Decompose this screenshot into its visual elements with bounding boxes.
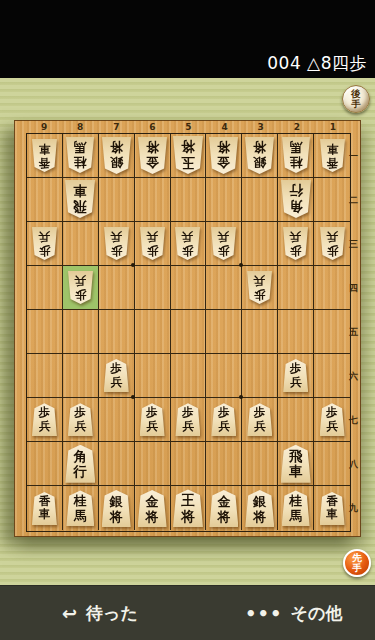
- square-1-7[interactable]: 歩兵: [314, 398, 350, 442]
- piece-sente-7-9[interactable]: 銀将: [102, 490, 131, 527]
- piece-gote-6-3[interactable]: 歩兵: [140, 227, 165, 260]
- square-1-2[interactable]: [314, 178, 350, 222]
- square-9-2[interactable]: [27, 178, 63, 222]
- piece-sente-4-9[interactable]: 金将: [209, 490, 238, 527]
- star-point: [239, 263, 243, 267]
- square-6-8[interactable]: [135, 442, 171, 486]
- square-4-7[interactable]: 歩兵: [206, 398, 242, 442]
- square-1-4[interactable]: [314, 266, 350, 310]
- piece-sente-3-7[interactable]: 歩兵: [247, 403, 272, 436]
- square-2-7[interactable]: [278, 398, 314, 442]
- square-2-6[interactable]: 歩兵: [278, 354, 314, 398]
- shogi-board: 987654321 一二三四五六七八九 香車桂馬銀将金将玉将金将銀将桂馬香車飛車…: [14, 120, 361, 537]
- board-grid: 香車桂馬銀将金将玉将金将銀将桂馬香車飛車角行歩兵歩兵歩兵歩兵歩兵歩兵歩兵歩兵歩兵…: [26, 133, 351, 532]
- piece-sente-3-9[interactable]: 銀将: [245, 490, 274, 527]
- star-point: [131, 263, 135, 267]
- square-3-7[interactable]: 歩兵: [242, 398, 278, 442]
- square-4-2[interactable]: [206, 178, 242, 222]
- undo-arrow-icon: ↩: [62, 603, 78, 624]
- square-2-4[interactable]: [278, 266, 314, 310]
- square-6-6[interactable]: [135, 354, 171, 398]
- piece-sente-9-9[interactable]: 香車: [32, 492, 57, 525]
- file-label-6: 6: [134, 121, 170, 133]
- square-3-1[interactable]: 銀将: [242, 134, 278, 178]
- square-1-8[interactable]: [314, 442, 350, 486]
- square-2-8[interactable]: 飛車: [278, 442, 314, 486]
- piece-gote-2-3[interactable]: 歩兵: [283, 227, 308, 260]
- bottom-toolbar: ↩ 待った ••• その他: [0, 585, 375, 640]
- file-label-5: 5: [170, 121, 206, 133]
- piece-gote-3-4[interactable]: 歩兵: [247, 271, 272, 304]
- square-8-6[interactable]: [63, 354, 99, 398]
- square-6-7[interactable]: 歩兵: [135, 398, 171, 442]
- square-9-3[interactable]: 歩兵: [27, 222, 63, 266]
- square-7-7[interactable]: [99, 398, 135, 442]
- square-8-3[interactable]: [63, 222, 99, 266]
- piece-sente-6-7[interactable]: 歩兵: [140, 403, 165, 436]
- piece-sente-2-8[interactable]: 飛車: [281, 445, 311, 483]
- piece-gote-8-4[interactable]: 歩兵: [68, 271, 93, 304]
- square-2-9[interactable]: 桂馬: [278, 486, 314, 530]
- square-9-1[interactable]: 香車: [27, 134, 63, 178]
- square-4-3[interactable]: 歩兵: [206, 222, 242, 266]
- sente-badge: 先手: [343, 549, 371, 577]
- square-8-4[interactable]: 歩兵: [63, 266, 99, 310]
- undo-button[interactable]: ↩ 待った: [62, 586, 138, 640]
- square-3-2[interactable]: [242, 178, 278, 222]
- piece-sente-5-7[interactable]: 歩兵: [175, 403, 200, 436]
- move-counter: 004 △8四歩: [267, 52, 367, 75]
- ellipsis-icon: •••: [245, 603, 283, 624]
- piece-gote-2-1[interactable]: 桂馬: [282, 137, 310, 173]
- piece-sente-2-6[interactable]: 歩兵: [283, 359, 308, 392]
- piece-gote-4-1[interactable]: 金将: [209, 137, 238, 174]
- square-3-8[interactable]: [242, 442, 278, 486]
- square-1-6[interactable]: [314, 354, 350, 398]
- square-5-3[interactable]: 歩兵: [171, 222, 207, 266]
- piece-sente-6-9[interactable]: 金将: [138, 490, 167, 527]
- square-1-9[interactable]: 香車: [314, 486, 350, 530]
- square-2-2[interactable]: 角行: [278, 178, 314, 222]
- square-7-8[interactable]: [99, 442, 135, 486]
- piece-gote-8-2[interactable]: 飛車: [65, 180, 95, 218]
- square-3-3[interactable]: [242, 222, 278, 266]
- square-7-6[interactable]: 歩兵: [99, 354, 135, 398]
- file-label-8: 8: [62, 121, 98, 133]
- top-bar: 004 △8四歩: [0, 0, 375, 78]
- square-9-6[interactable]: [27, 354, 63, 398]
- square-4-5[interactable]: [206, 310, 242, 354]
- square-6-5[interactable]: [135, 310, 171, 354]
- square-3-6[interactable]: [242, 354, 278, 398]
- square-3-5[interactable]: [242, 310, 278, 354]
- piece-gote-5-1[interactable]: 玉将: [173, 136, 203, 174]
- square-5-2[interactable]: [171, 178, 207, 222]
- file-label-3: 3: [243, 121, 279, 133]
- square-7-5[interactable]: [99, 310, 135, 354]
- square-3-4[interactable]: 歩兵: [242, 266, 278, 310]
- piece-gote-5-3[interactable]: 歩兵: [175, 227, 200, 260]
- square-7-3[interactable]: 歩兵: [99, 222, 135, 266]
- square-7-9[interactable]: 銀将: [99, 486, 135, 530]
- piece-gote-4-3[interactable]: 歩兵: [211, 227, 236, 260]
- square-6-1[interactable]: 金将: [135, 134, 171, 178]
- piece-sente-2-9[interactable]: 桂馬: [282, 490, 310, 526]
- square-4-9[interactable]: 金将: [206, 486, 242, 530]
- file-label-2: 2: [279, 121, 315, 133]
- square-6-9[interactable]: 金将: [135, 486, 171, 530]
- piece-sente-7-6[interactable]: 歩兵: [104, 359, 129, 392]
- square-9-7[interactable]: 歩兵: [27, 398, 63, 442]
- file-coordinates: 987654321: [26, 121, 351, 133]
- piece-sente-8-8[interactable]: 角行: [65, 445, 95, 483]
- star-point: [131, 395, 135, 399]
- undo-button-label: 待った: [86, 602, 138, 625]
- piece-sente-8-7[interactable]: 歩兵: [68, 403, 93, 436]
- other-button[interactable]: ••• その他: [245, 586, 342, 640]
- square-2-1[interactable]: 桂馬: [278, 134, 314, 178]
- square-8-8[interactable]: 角行: [63, 442, 99, 486]
- square-5-1[interactable]: 玉将: [171, 134, 207, 178]
- piece-sente-8-9[interactable]: 桂馬: [66, 490, 94, 526]
- square-7-2[interactable]: [99, 178, 135, 222]
- square-7-1[interactable]: 銀将: [99, 134, 135, 178]
- square-5-4[interactable]: [171, 266, 207, 310]
- square-4-4[interactable]: [206, 266, 242, 310]
- square-9-8[interactable]: [27, 442, 63, 486]
- piece-gote-1-1[interactable]: 香車: [320, 139, 345, 172]
- square-5-9[interactable]: 王将: [171, 486, 207, 530]
- piece-gote-7-3[interactable]: 歩兵: [104, 227, 129, 260]
- square-2-5[interactable]: [278, 310, 314, 354]
- square-4-6[interactable]: [206, 354, 242, 398]
- square-6-4[interactable]: [135, 266, 171, 310]
- square-2-3[interactable]: 歩兵: [278, 222, 314, 266]
- piece-gote-8-1[interactable]: 桂馬: [66, 137, 94, 173]
- square-6-2[interactable]: [135, 178, 171, 222]
- square-5-7[interactable]: 歩兵: [171, 398, 207, 442]
- square-4-8[interactable]: [206, 442, 242, 486]
- piece-gote-9-3[interactable]: 歩兵: [32, 227, 57, 260]
- square-4-1[interactable]: 金将: [206, 134, 242, 178]
- file-label-9: 9: [26, 121, 62, 133]
- square-9-9[interactable]: 香車: [27, 486, 63, 530]
- square-7-4[interactable]: [99, 266, 135, 310]
- star-point: [239, 395, 243, 399]
- square-3-9[interactable]: 銀将: [242, 486, 278, 530]
- piece-sente-1-9[interactable]: 香車: [320, 492, 345, 525]
- file-label-1: 1: [315, 121, 351, 133]
- square-6-3[interactable]: 歩兵: [135, 222, 171, 266]
- piece-sente-4-7[interactable]: 歩兵: [211, 403, 236, 436]
- square-5-5[interactable]: [171, 310, 207, 354]
- square-8-2[interactable]: 飛車: [63, 178, 99, 222]
- piece-sente-1-7[interactable]: 歩兵: [320, 403, 345, 436]
- square-8-1[interactable]: 桂馬: [63, 134, 99, 178]
- piece-gote-9-1[interactable]: 香車: [32, 139, 57, 172]
- square-9-4[interactable]: [27, 266, 63, 310]
- file-label-4: 4: [207, 121, 243, 133]
- piece-gote-7-1[interactable]: 銀将: [102, 137, 131, 174]
- piece-gote-3-1[interactable]: 銀将: [245, 137, 274, 174]
- square-5-8[interactable]: [171, 442, 207, 486]
- piece-gote-2-2[interactable]: 角行: [281, 180, 311, 218]
- square-8-5[interactable]: [63, 310, 99, 354]
- square-5-6[interactable]: [171, 354, 207, 398]
- square-1-5[interactable]: [314, 310, 350, 354]
- square-1-3[interactable]: 歩兵: [314, 222, 350, 266]
- square-9-5[interactable]: [27, 310, 63, 354]
- square-8-7[interactable]: 歩兵: [63, 398, 99, 442]
- file-label-7: 7: [98, 121, 134, 133]
- piece-sente-5-9[interactable]: 王将: [173, 489, 203, 527]
- piece-sente-9-7[interactable]: 歩兵: [32, 403, 57, 436]
- piece-gote-1-3[interactable]: 歩兵: [320, 227, 345, 260]
- shogi-app-screen: 004 △8四歩 後手 987654321 一二三四五六七八九 香車桂馬銀将金将…: [0, 0, 375, 640]
- square-8-9[interactable]: 桂馬: [63, 486, 99, 530]
- gote-badge: 後手: [342, 85, 370, 113]
- other-button-label: その他: [291, 602, 343, 625]
- piece-gote-6-1[interactable]: 金将: [138, 137, 167, 174]
- square-1-1[interactable]: 香車: [314, 134, 350, 178]
